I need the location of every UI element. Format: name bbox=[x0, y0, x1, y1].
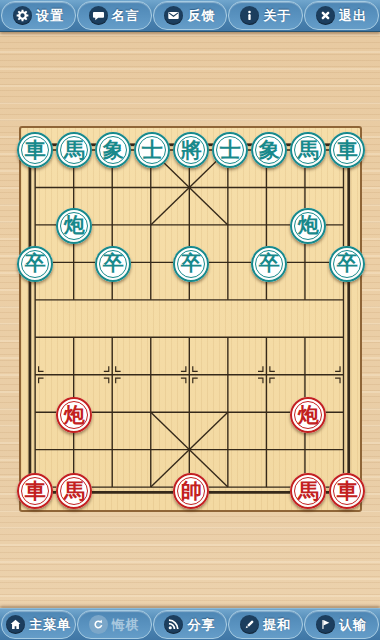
button-label: 悔棋 bbox=[112, 616, 140, 634]
button-label: 主菜单 bbox=[29, 616, 71, 634]
square-i9[interactable] bbox=[328, 169, 367, 207]
piece-red-horse[interactable]: 馬 bbox=[290, 473, 326, 509]
square-e2[interactable] bbox=[172, 434, 211, 472]
square-g1[interactable] bbox=[250, 472, 289, 510]
square-a7[interactable]: 卒 bbox=[16, 245, 55, 283]
square-b4[interactable] bbox=[55, 358, 94, 396]
square-h8[interactable]: 炮 bbox=[289, 207, 328, 245]
square-g9[interactable] bbox=[250, 169, 289, 207]
square-c3[interactable] bbox=[94, 396, 133, 434]
piece-character: 士 bbox=[220, 140, 241, 161]
square-g4[interactable] bbox=[250, 358, 289, 396]
xiangqi-board: 車馬象士將士象馬車炮炮卒卒卒卒卒炮炮車馬帥馬車 bbox=[19, 126, 362, 512]
square-f9[interactable] bbox=[211, 169, 250, 207]
piece-character: 象 bbox=[103, 140, 124, 161]
piece-character: 馬 bbox=[64, 140, 85, 161]
square-b1[interactable]: 馬 bbox=[55, 472, 94, 510]
square-b5[interactable] bbox=[55, 321, 94, 359]
piece-black-soldier[interactable]: 卒 bbox=[251, 246, 287, 282]
piece-character: 卒 bbox=[181, 253, 202, 274]
button-label: 设置 bbox=[36, 7, 64, 25]
square-a3[interactable] bbox=[16, 396, 55, 434]
square-f1[interactable] bbox=[211, 472, 250, 510]
square-g2[interactable] bbox=[250, 434, 289, 472]
square-i4[interactable] bbox=[328, 358, 367, 396]
square-c7[interactable]: 卒 bbox=[94, 245, 133, 283]
square-f7[interactable] bbox=[211, 245, 250, 283]
square-e3[interactable] bbox=[172, 396, 211, 434]
square-h2[interactable] bbox=[289, 434, 328, 472]
piece-character: 卒 bbox=[25, 253, 46, 274]
xiangqi-app: 设置名言反馈关于退出 車馬象士將士象馬車炮炮卒卒卒卒卒炮炮車馬帥馬車 主菜单悔棋… bbox=[0, 0, 380, 640]
square-h1[interactable]: 馬 bbox=[289, 472, 328, 510]
square-b7[interactable] bbox=[55, 245, 94, 283]
board-squares: 車馬象士將士象馬車炮炮卒卒卒卒卒炮炮車馬帥馬車 bbox=[16, 131, 367, 510]
square-c2[interactable] bbox=[94, 434, 133, 472]
piece-character: 車 bbox=[337, 140, 358, 161]
piece-red-general[interactable]: 帥 bbox=[173, 473, 209, 509]
square-a9[interactable] bbox=[16, 169, 55, 207]
square-c9[interactable] bbox=[94, 169, 133, 207]
envelope-icon bbox=[164, 6, 183, 25]
piece-character: 馬 bbox=[298, 140, 319, 161]
piece-black-elephant[interactable]: 象 bbox=[251, 132, 287, 168]
piece-character: 卒 bbox=[337, 253, 358, 274]
square-a1[interactable]: 車 bbox=[16, 472, 55, 510]
square-h10[interactable]: 馬 bbox=[289, 131, 328, 169]
piece-red-chariot[interactable]: 車 bbox=[17, 473, 53, 509]
exit-button[interactable]: 退出 bbox=[304, 1, 379, 30]
square-b3[interactable]: 炮 bbox=[55, 396, 94, 434]
piece-character: 車 bbox=[25, 481, 46, 502]
piece-character: 炮 bbox=[64, 405, 85, 426]
button-label: 关于 bbox=[263, 7, 291, 25]
piece-character: 車 bbox=[337, 481, 358, 502]
square-g7[interactable]: 卒 bbox=[250, 245, 289, 283]
square-a2[interactable] bbox=[16, 434, 55, 472]
piece-red-cannon[interactable]: 炮 bbox=[290, 397, 326, 433]
piece-character: 馬 bbox=[298, 481, 319, 502]
square-f8[interactable] bbox=[211, 207, 250, 245]
feedback-button[interactable]: 反馈 bbox=[153, 1, 228, 30]
piece-character: 士 bbox=[142, 140, 163, 161]
button-label: 认输 bbox=[339, 616, 367, 634]
piece-black-cannon[interactable]: 炮 bbox=[290, 208, 326, 244]
square-d1[interactable] bbox=[133, 472, 172, 510]
piece-character: 象 bbox=[259, 140, 280, 161]
settings-button[interactable]: 设置 bbox=[1, 1, 76, 30]
square-a10[interactable]: 車 bbox=[16, 131, 55, 169]
square-c6[interactable] bbox=[94, 283, 133, 321]
button-label: 退出 bbox=[339, 7, 367, 25]
square-f5[interactable] bbox=[211, 321, 250, 359]
piece-character: 車 bbox=[25, 140, 46, 161]
piece-black-soldier[interactable]: 卒 bbox=[95, 246, 131, 282]
square-h6[interactable] bbox=[289, 283, 328, 321]
piece-black-chariot[interactable]: 車 bbox=[329, 132, 365, 168]
piece-character: 炮 bbox=[298, 215, 319, 236]
square-f3[interactable] bbox=[211, 396, 250, 434]
square-a4[interactable] bbox=[16, 358, 55, 396]
square-i5[interactable] bbox=[328, 321, 367, 359]
piece-character: 炮 bbox=[64, 215, 85, 236]
piece-red-chariot[interactable]: 車 bbox=[329, 473, 365, 509]
square-f10[interactable]: 士 bbox=[211, 131, 250, 169]
square-c4[interactable] bbox=[94, 358, 133, 396]
square-c10[interactable]: 象 bbox=[94, 131, 133, 169]
square-e1[interactable]: 帥 bbox=[172, 472, 211, 510]
square-f6[interactable] bbox=[211, 283, 250, 321]
square-d10[interactable]: 士 bbox=[133, 131, 172, 169]
square-d2[interactable] bbox=[133, 434, 172, 472]
square-a5[interactable] bbox=[16, 321, 55, 359]
bottom-toolbar: 主菜单悔棋分享提和认输 bbox=[0, 608, 380, 640]
offer-draw-button[interactable]: 提和 bbox=[228, 610, 303, 639]
share-button[interactable]: 分享 bbox=[153, 610, 228, 639]
square-e5[interactable] bbox=[172, 321, 211, 359]
square-e8[interactable] bbox=[172, 207, 211, 245]
square-c1[interactable] bbox=[94, 472, 133, 510]
quotes-button[interactable]: 名言 bbox=[77, 1, 152, 30]
piece-character: 卒 bbox=[259, 253, 280, 274]
piece-character: 卒 bbox=[103, 253, 124, 274]
square-i6[interactable] bbox=[328, 283, 367, 321]
square-a8[interactable] bbox=[16, 207, 55, 245]
piece-black-elephant[interactable]: 象 bbox=[95, 132, 131, 168]
square-i1[interactable]: 車 bbox=[328, 472, 367, 510]
square-d8[interactable] bbox=[133, 207, 172, 245]
square-d4[interactable] bbox=[133, 358, 172, 396]
square-d5[interactable] bbox=[133, 321, 172, 359]
main-menu-button[interactable]: 主菜单 bbox=[1, 610, 76, 639]
square-d7[interactable] bbox=[133, 245, 172, 283]
square-i2[interactable] bbox=[328, 434, 367, 472]
square-a6[interactable] bbox=[16, 283, 55, 321]
home-icon bbox=[6, 615, 25, 634]
square-b6[interactable] bbox=[55, 283, 94, 321]
square-d9[interactable] bbox=[133, 169, 172, 207]
piece-black-horse[interactable]: 馬 bbox=[56, 132, 92, 168]
square-b10[interactable]: 馬 bbox=[55, 131, 94, 169]
square-b9[interactable] bbox=[55, 169, 94, 207]
square-c8[interactable] bbox=[94, 207, 133, 245]
resign-button[interactable]: 认输 bbox=[304, 610, 379, 639]
undo-move-button: 悔棋 bbox=[77, 610, 152, 639]
square-d3[interactable] bbox=[133, 396, 172, 434]
square-c5[interactable] bbox=[94, 321, 133, 359]
square-b8[interactable]: 炮 bbox=[55, 207, 94, 245]
piece-red-horse[interactable]: 馬 bbox=[56, 473, 92, 509]
square-f2[interactable] bbox=[211, 434, 250, 472]
square-g3[interactable] bbox=[250, 396, 289, 434]
square-g10[interactable]: 象 bbox=[250, 131, 289, 169]
piece-character: 將 bbox=[181, 140, 202, 161]
piece-character: 帥 bbox=[181, 481, 202, 502]
square-h4[interactable] bbox=[289, 358, 328, 396]
button-label: 分享 bbox=[187, 616, 215, 634]
square-h5[interactable] bbox=[289, 321, 328, 359]
button-label: 反馈 bbox=[187, 7, 215, 25]
piece-black-soldier[interactable]: 卒 bbox=[173, 246, 209, 282]
piece-black-cannon[interactable]: 炮 bbox=[56, 208, 92, 244]
square-e6[interactable] bbox=[172, 283, 211, 321]
square-i10[interactable]: 車 bbox=[328, 131, 367, 169]
square-i7[interactable]: 卒 bbox=[328, 245, 367, 283]
flag-icon bbox=[316, 615, 335, 634]
pencil-icon bbox=[240, 615, 259, 634]
piece-black-chariot[interactable]: 車 bbox=[17, 132, 53, 168]
square-h9[interactable] bbox=[289, 169, 328, 207]
undo-icon bbox=[89, 615, 108, 634]
square-e10[interactable]: 將 bbox=[172, 131, 211, 169]
close-icon bbox=[316, 6, 335, 25]
piece-black-horse[interactable]: 馬 bbox=[290, 132, 326, 168]
piece-red-cannon[interactable]: 炮 bbox=[56, 397, 92, 433]
piece-black-soldier[interactable]: 卒 bbox=[329, 246, 365, 282]
piece-black-advisor[interactable]: 士 bbox=[134, 132, 170, 168]
button-label: 提和 bbox=[263, 616, 291, 634]
square-g5[interactable] bbox=[250, 321, 289, 359]
square-i8[interactable] bbox=[328, 207, 367, 245]
piece-black-advisor[interactable]: 士 bbox=[212, 132, 248, 168]
info-icon bbox=[240, 6, 259, 25]
gear-icon bbox=[13, 6, 32, 25]
square-g6[interactable] bbox=[250, 283, 289, 321]
piece-black-soldier[interactable]: 卒 bbox=[17, 246, 53, 282]
square-f4[interactable] bbox=[211, 358, 250, 396]
square-e9[interactable] bbox=[172, 169, 211, 207]
square-h3[interactable]: 炮 bbox=[289, 396, 328, 434]
about-button[interactable]: 关于 bbox=[228, 1, 303, 30]
speech-bubble-icon bbox=[89, 6, 108, 25]
square-e7[interactable]: 卒 bbox=[172, 245, 211, 283]
square-e4[interactable] bbox=[172, 358, 211, 396]
rss-icon bbox=[164, 615, 183, 634]
piece-character: 炮 bbox=[298, 405, 319, 426]
piece-character: 馬 bbox=[64, 481, 85, 502]
square-h7[interactable] bbox=[289, 245, 328, 283]
square-d6[interactable] bbox=[133, 283, 172, 321]
square-b2[interactable] bbox=[55, 434, 94, 472]
button-label: 名言 bbox=[112, 7, 140, 25]
square-g8[interactable] bbox=[250, 207, 289, 245]
piece-black-general[interactable]: 將 bbox=[173, 132, 209, 168]
square-i3[interactable] bbox=[328, 396, 367, 434]
top-toolbar: 设置名言反馈关于退出 bbox=[0, 0, 380, 32]
